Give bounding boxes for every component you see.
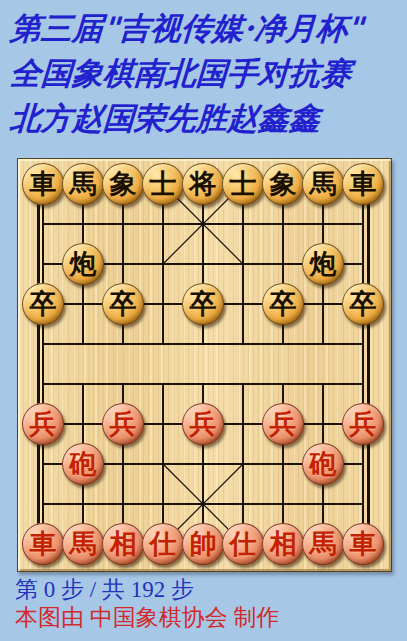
piece-black-horse[interactable]: 馬: [62, 163, 104, 205]
piece-red-advisor[interactable]: 仕: [142, 523, 184, 565]
move-counter: 第 0 步 / 共 192 步: [15, 577, 194, 603]
piece-black-general[interactable]: 将: [182, 163, 224, 205]
piece-red-cannon[interactable]: 砲: [302, 443, 344, 485]
piece-red-advisor[interactable]: 仕: [222, 523, 264, 565]
piece-red-soldier[interactable]: 兵: [22, 403, 64, 445]
piece-black-cannon[interactable]: 炮: [302, 243, 344, 285]
piece-red-chariot[interactable]: 車: [22, 523, 64, 565]
piece-black-chariot[interactable]: 車: [22, 163, 64, 205]
piece-red-chariot[interactable]: 車: [342, 523, 384, 565]
piece-black-chariot[interactable]: 車: [342, 163, 384, 205]
event-title: 第三届"吉视传媒·净月杯" 全国象棋南北国手对抗赛 北方赵国荣先胜赵鑫鑫: [0, 6, 407, 141]
piece-black-advisor[interactable]: 士: [142, 163, 184, 205]
piece-red-soldier[interactable]: 兵: [342, 403, 384, 445]
piece-black-elephant[interactable]: 象: [102, 163, 144, 205]
piece-red-horse[interactable]: 馬: [302, 523, 344, 565]
piece-black-soldier[interactable]: 卒: [342, 283, 384, 325]
xiangqi-board: 車馬象士将士象馬車炮炮卒卒卒卒卒兵兵兵兵兵砲砲車馬相仕帥仕相馬車: [17, 158, 392, 572]
piece-red-general[interactable]: 帥: [182, 523, 224, 565]
piece-red-soldier[interactable]: 兵: [182, 403, 224, 445]
piece-black-horse[interactable]: 馬: [302, 163, 344, 205]
piece-black-soldier[interactable]: 卒: [102, 283, 144, 325]
piece-red-soldier[interactable]: 兵: [102, 403, 144, 445]
title-line-3: 北方赵国荣先胜赵鑫鑫: [0, 96, 407, 141]
piece-black-advisor[interactable]: 士: [222, 163, 264, 205]
title-line-2: 全国象棋南北国手对抗赛: [0, 51, 407, 96]
xiangqi-diagram-screen: 第三届"吉视传媒·净月杯" 全国象棋南北国手对抗赛 北方赵国荣先胜赵鑫鑫: [0, 0, 407, 641]
piece-red-cannon[interactable]: 砲: [62, 443, 104, 485]
piece-black-elephant[interactable]: 象: [262, 163, 304, 205]
pieces-layer: 車馬象士将士象馬車炮炮卒卒卒卒卒兵兵兵兵兵砲砲車馬相仕帥仕相馬車: [18, 159, 393, 573]
piece-red-elephant[interactable]: 相: [262, 523, 304, 565]
title-line-1: 第三届"吉视传媒·净月杯": [0, 6, 407, 51]
piece-red-horse[interactable]: 馬: [62, 523, 104, 565]
piece-black-soldier[interactable]: 卒: [182, 283, 224, 325]
piece-black-soldier[interactable]: 卒: [262, 283, 304, 325]
piece-black-soldier[interactable]: 卒: [22, 283, 64, 325]
piece-red-soldier[interactable]: 兵: [262, 403, 304, 445]
piece-red-elephant[interactable]: 相: [102, 523, 144, 565]
credit-text: 本图由 中国象棋协会 制作: [15, 605, 280, 631]
piece-black-cannon[interactable]: 炮: [62, 243, 104, 285]
